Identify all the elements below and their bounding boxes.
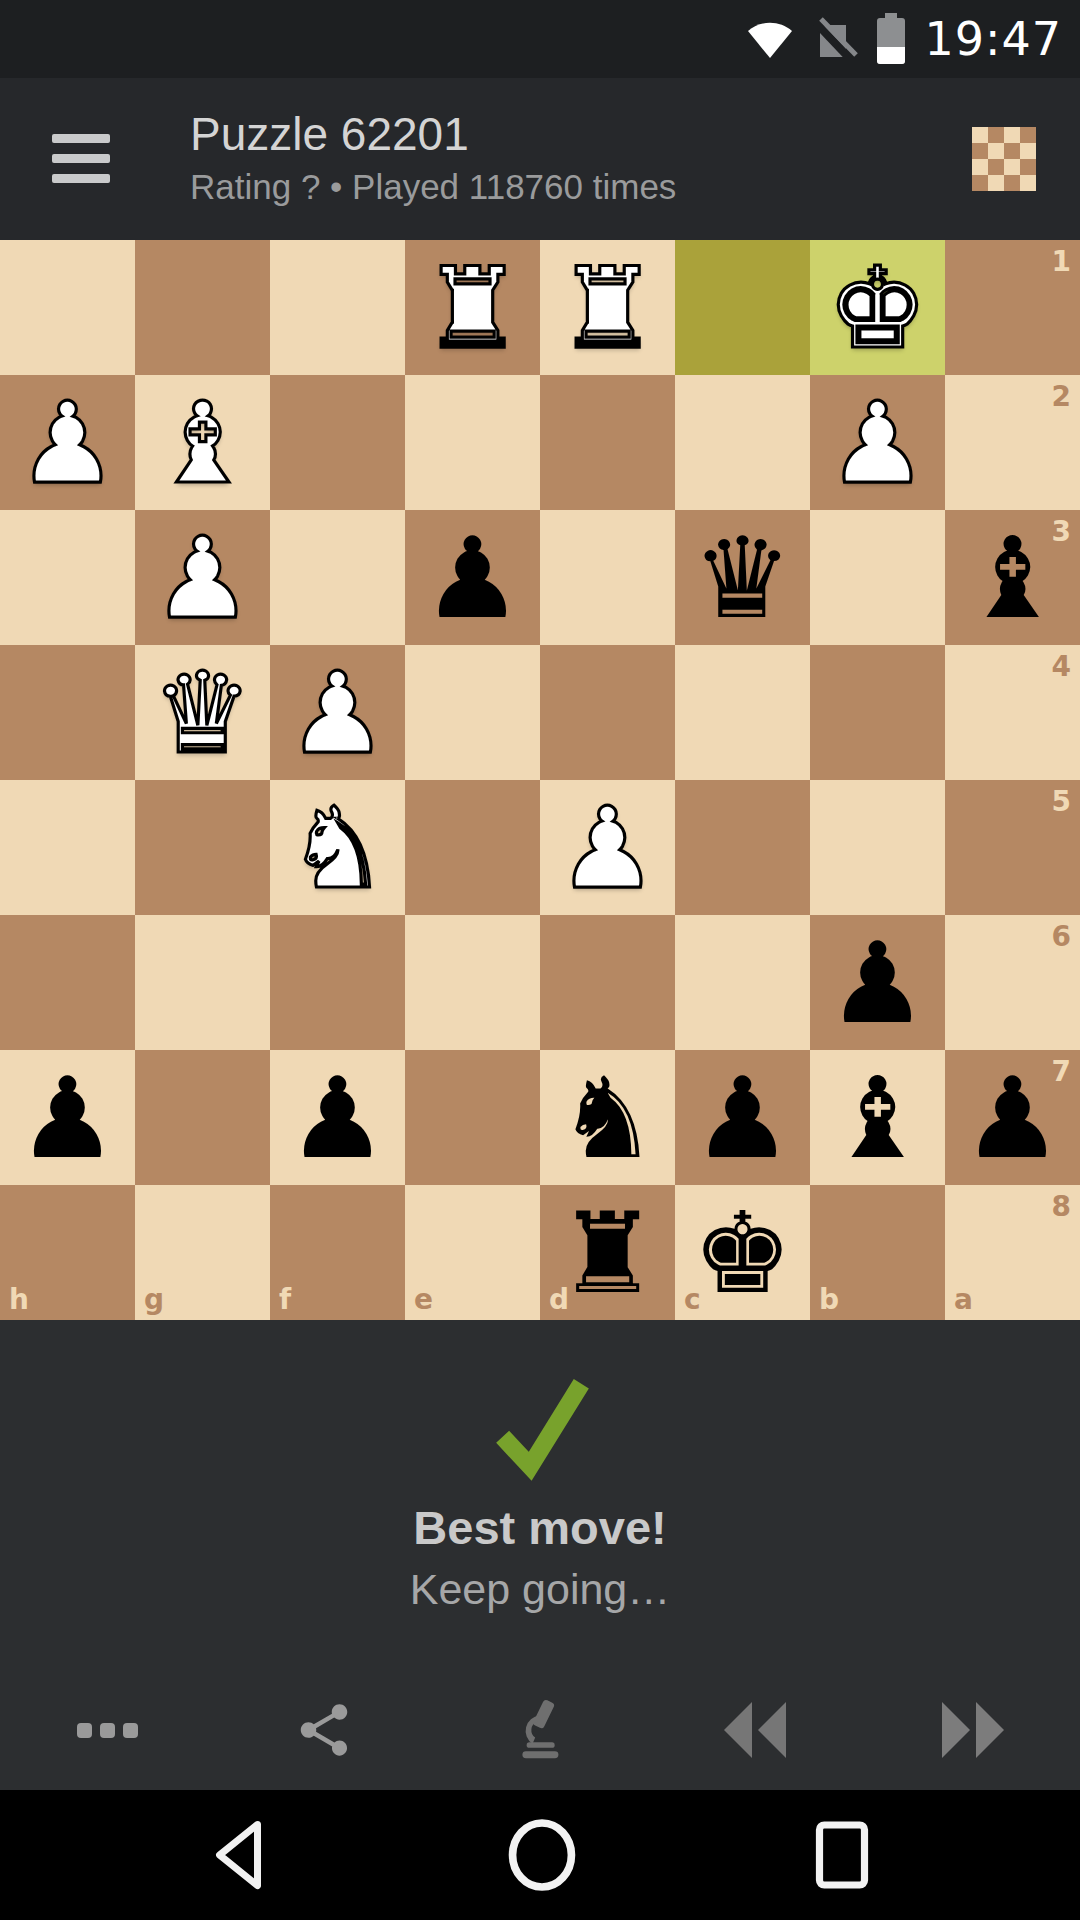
ellipsis-icon	[75, 1721, 141, 1739]
piece-bP-h7: ♟	[17, 1062, 117, 1174]
home-button[interactable]	[503, 1815, 581, 1895]
board-thumbnail-cell	[972, 175, 988, 191]
square-h8[interactable]: h	[0, 1185, 135, 1320]
rank-label-8: 8	[1052, 1190, 1071, 1223]
menu-icon[interactable]	[52, 134, 110, 183]
wifi-icon	[746, 18, 794, 60]
square-d7[interactable]: ♞	[540, 1050, 675, 1185]
square-g3[interactable]: ♟	[135, 510, 270, 645]
square-e6[interactable]	[405, 915, 540, 1050]
square-e1[interactable]: ♜	[405, 240, 540, 375]
back-button[interactable]	[205, 1815, 275, 1895]
square-b8[interactable]: b	[810, 1185, 945, 1320]
square-c6[interactable]	[675, 915, 810, 1050]
square-d5[interactable]: ♟	[540, 780, 675, 915]
piece-wP-f4: ♟	[287, 657, 387, 769]
file-label-e: e	[414, 1283, 433, 1316]
square-e3[interactable]: ♟	[405, 510, 540, 645]
square-a2[interactable]: 2	[945, 375, 1080, 510]
square-g1[interactable]	[135, 240, 270, 375]
square-f1[interactable]	[270, 240, 405, 375]
piece-bP-e3: ♟	[422, 522, 522, 634]
board-thumbnail-cell	[988, 159, 1004, 175]
board-thumbnail-cell	[972, 159, 988, 175]
square-b5[interactable]	[810, 780, 945, 915]
feedback-title: Best move!	[413, 1500, 666, 1555]
recents-square-icon	[809, 1815, 875, 1895]
square-b3[interactable]	[810, 510, 945, 645]
piece-wB-g2: ♝	[152, 387, 252, 499]
piece-bK-c8: ♚	[692, 1197, 792, 1309]
square-g7[interactable]	[135, 1050, 270, 1185]
share-icon	[293, 1699, 355, 1761]
square-e5[interactable]	[405, 780, 540, 915]
square-d1[interactable]: ♜	[540, 240, 675, 375]
board-thumbnail-cell	[988, 175, 1004, 191]
file-label-h: h	[9, 1283, 29, 1316]
board-thumbnail-cell	[988, 143, 1004, 159]
checkmark-icon	[481, 1368, 599, 1486]
square-d6[interactable]	[540, 915, 675, 1050]
file-label-d: d	[549, 1283, 569, 1316]
chess-board: ♜♜♚1♟♝♟2♟♟♛♝3♛♟4♞♟5♟6♟♟♞♟♝♟7hgfe♜d♚cb8a	[0, 240, 1080, 1320]
square-c3[interactable]: ♛	[675, 510, 810, 645]
square-f6[interactable]	[270, 915, 405, 1050]
square-f7[interactable]: ♟	[270, 1050, 405, 1185]
piece-wR-d1: ♜	[557, 252, 657, 364]
square-g6[interactable]	[135, 915, 270, 1050]
file-label-b: b	[819, 1283, 839, 1316]
board-thumbnail-cell	[1020, 175, 1036, 191]
square-d4[interactable]	[540, 645, 675, 780]
board-thumbnail-cell	[1020, 159, 1036, 175]
square-e7[interactable]	[405, 1050, 540, 1185]
square-h7[interactable]: ♟	[0, 1050, 135, 1185]
file-label-a: a	[954, 1283, 973, 1316]
square-e4[interactable]	[405, 645, 540, 780]
square-c5[interactable]	[675, 780, 810, 915]
board-thumbnail-cell	[1004, 175, 1020, 191]
more-options-button[interactable]	[0, 1670, 216, 1790]
board-thumbnail-cell	[972, 127, 988, 143]
square-b4[interactable]	[810, 645, 945, 780]
back-triangle-icon	[205, 1815, 275, 1895]
phone-screen: 19:47 Puzzle 62201 Rating ? • Played 118…	[0, 0, 1080, 1920]
square-f4[interactable]: ♟	[270, 645, 405, 780]
square-h1[interactable]	[0, 240, 135, 375]
square-b2[interactable]: ♟	[810, 375, 945, 510]
square-c8[interactable]: ♚c	[675, 1185, 810, 1320]
square-e2[interactable]	[405, 375, 540, 510]
rank-label-7: 7	[1052, 1055, 1071, 1088]
square-d2[interactable]	[540, 375, 675, 510]
square-b7[interactable]: ♝	[810, 1050, 945, 1185]
square-g8[interactable]: g	[135, 1185, 270, 1320]
square-h2[interactable]: ♟	[0, 375, 135, 510]
clock: 19:47	[924, 12, 1062, 66]
puzzle-toolbar	[0, 1670, 1080, 1790]
piece-wN-f5: ♞	[287, 792, 387, 904]
square-f8[interactable]: f	[270, 1185, 405, 1320]
square-c7[interactable]: ♟	[675, 1050, 810, 1185]
square-a3[interactable]: ♝3	[945, 510, 1080, 645]
piece-bP-c7: ♟	[692, 1062, 792, 1174]
piece-wQ-g4: ♛	[152, 657, 252, 769]
square-c2[interactable]	[675, 375, 810, 510]
piece-bB-b7: ♝	[827, 1062, 927, 1174]
piece-bN-d7: ♞	[557, 1062, 657, 1174]
home-circle-icon	[503, 1815, 581, 1895]
board-thumbnail-cell	[1020, 127, 1036, 143]
rank-label-1: 1	[1052, 245, 1071, 278]
square-g2[interactable]: ♝	[135, 375, 270, 510]
piece-bP-b6: ♟	[827, 927, 927, 1039]
status-bar: 19:47	[0, 0, 1080, 78]
square-h3[interactable]	[0, 510, 135, 645]
piece-bR-d8: ♜	[557, 1197, 657, 1309]
recents-button[interactable]	[809, 1815, 875, 1895]
square-a6[interactable]: 6	[945, 915, 1080, 1050]
board-thumbnail-cell	[1004, 127, 1020, 143]
analysis-button[interactable]	[432, 1670, 648, 1790]
piece-bP-a7: ♟	[962, 1062, 1062, 1174]
rewind-icon	[724, 1702, 788, 1758]
board-thumbnail-cell	[972, 143, 988, 159]
microscope-icon	[508, 1698, 572, 1762]
file-label-c: c	[684, 1283, 701, 1316]
piece-wP-d5: ♟	[557, 792, 657, 904]
rank-label-4: 4	[1052, 650, 1071, 683]
board-thumbnail-cell	[988, 127, 1004, 143]
square-g5[interactable]	[135, 780, 270, 915]
feedback-panel: Best move! Keep going…	[0, 1320, 1080, 1790]
square-d3[interactable]	[540, 510, 675, 645]
file-label-g: g	[144, 1283, 164, 1316]
square-g4[interactable]: ♛	[135, 645, 270, 780]
board-thumbnail-cell	[1004, 143, 1020, 159]
header-titles: Puzzle 62201 Rating ? • Played 118760 ti…	[190, 106, 676, 212]
square-b1[interactable]: ♚	[810, 240, 945, 375]
fast-forward-icon	[940, 1702, 1004, 1758]
square-f3[interactable]	[270, 510, 405, 645]
square-h4[interactable]	[0, 645, 135, 780]
square-a8[interactable]: 8a	[945, 1185, 1080, 1320]
android-nav-bar	[0, 1790, 1080, 1920]
rewind-button[interactable]	[648, 1670, 864, 1790]
file-label-f: f	[279, 1283, 291, 1316]
board-thumbnail-icon[interactable]	[972, 127, 1036, 191]
share-button[interactable]	[216, 1670, 432, 1790]
rank-label-5: 5	[1052, 785, 1071, 818]
square-a1[interactable]: 1	[945, 240, 1080, 375]
no-sim-icon	[810, 15, 858, 63]
piece-wK-b1: ♚	[827, 252, 927, 364]
square-a4[interactable]: 4	[945, 645, 1080, 780]
board-thumbnail-cell	[1004, 159, 1020, 175]
square-f5[interactable]: ♞	[270, 780, 405, 915]
square-e8[interactable]: e	[405, 1185, 540, 1320]
battery-icon	[874, 12, 908, 66]
square-d8[interactable]: ♜d	[540, 1185, 675, 1320]
piece-bQ-c3: ♛	[692, 522, 792, 634]
page-title: Puzzle 62201	[190, 106, 676, 162]
piece-bP-f7: ♟	[287, 1062, 387, 1174]
page-subtitle: Rating ? • Played 118760 times	[190, 162, 676, 212]
piece-wP-b2: ♟	[827, 387, 927, 499]
piece-bB-a3: ♝	[962, 522, 1062, 634]
square-a5[interactable]: 5	[945, 780, 1080, 915]
feedback-subtitle: Keep going…	[410, 1565, 671, 1614]
piece-wP-g3: ♟	[152, 522, 252, 634]
forward-button[interactable]	[864, 1670, 1080, 1790]
square-f2[interactable]	[270, 375, 405, 510]
rank-label-6: 6	[1052, 920, 1071, 953]
square-h5[interactable]	[0, 780, 135, 915]
square-c1[interactable]	[675, 240, 810, 375]
rank-label-3: 3	[1052, 515, 1071, 548]
square-c4[interactable]	[675, 645, 810, 780]
square-a7[interactable]: ♟7	[945, 1050, 1080, 1185]
board-thumbnail-cell	[1020, 143, 1036, 159]
piece-wP-h2: ♟	[17, 387, 117, 499]
app-header: Puzzle 62201 Rating ? • Played 118760 ti…	[0, 78, 1080, 240]
rank-label-2: 2	[1052, 380, 1071, 413]
square-b6[interactable]: ♟	[810, 915, 945, 1050]
piece-wR-e1: ♜	[422, 252, 522, 364]
square-h6[interactable]	[0, 915, 135, 1050]
